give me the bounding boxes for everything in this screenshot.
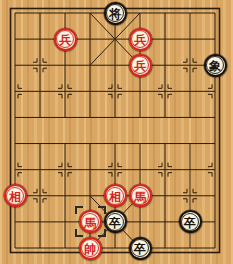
piece-glyph: 馬: [84, 216, 96, 228]
piece-glyph: 卒: [134, 243, 146, 255]
piece-glyph: 馬: [134, 190, 146, 202]
piece-red-soldier[interactable]: 兵: [54, 28, 77, 51]
piece-red-elephant[interactable]: 相: [104, 184, 127, 207]
piece-glyph: 将: [109, 8, 121, 20]
piece-red-soldier[interactable]: 兵: [129, 54, 152, 77]
piece-red-soldier[interactable]: 兵: [129, 28, 152, 51]
piece-glyph: 兵: [134, 34, 146, 46]
piece-black-general[interactable]: 将: [104, 2, 127, 25]
piece-glyph: 兵: [59, 34, 71, 46]
piece-red-general[interactable]: 帥: [79, 237, 102, 260]
piece-black-soldier[interactable]: 卒: [179, 210, 202, 233]
piece-red-horse[interactable]: 馬: [129, 184, 152, 207]
piece-black-soldier[interactable]: 卒: [129, 237, 152, 260]
piece-red-elephant[interactable]: 相: [4, 184, 27, 207]
piece-glyph: 卒: [109, 216, 121, 228]
piece-glyph: 相: [9, 190, 21, 202]
piece-black-soldier[interactable]: 卒: [104, 210, 127, 233]
piece-glyph: 相: [109, 190, 121, 202]
pieces-layer: 将兵兵兵象相相馬馬卒卒帥卒: [3, 0, 228, 261]
piece-glyph: 象: [209, 60, 221, 72]
piece-black-elephant[interactable]: 象: [204, 54, 227, 77]
xiangqi-board: 将兵兵兵象相相馬馬卒卒帥卒: [0, 0, 233, 264]
piece-glyph: 兵: [134, 60, 146, 72]
piece-glyph: 卒: [184, 216, 196, 228]
piece-glyph: 帥: [84, 243, 96, 255]
piece-red-horse[interactable]: 馬: [79, 210, 102, 233]
